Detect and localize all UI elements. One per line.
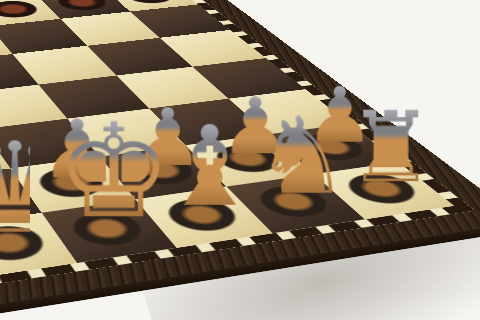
scene: ♜♞♝♛♚♝♞♜♟♟♟♟♟♟♟♟♟♟♟♟♟♟♟♟♜♞♝♛♚♝♞♜ — [0, 0, 480, 320]
piece-white-rook-h1: ♜ — [347, 98, 435, 196]
piece-white-bishop-f1: ♝ — [159, 112, 259, 223]
piece-white-knight-g1: ♞ — [254, 103, 350, 210]
piece-base-ring — [117, 0, 184, 7]
piece-white-king-e1: ♚ — [55, 107, 172, 237]
chess-board: ♜♞♝♛♚♝♞♜♟♟♟♟♟♟♟♟♟♟♟♟♟♟♟♟♜♞♝♛♚♝♞♜ — [0, 0, 480, 320]
piece-white-queen-d1: ♛ — [0, 127, 70, 252]
piece-black-pawn-f7: ♟ — [0, 0, 44, 13]
piece-black-pawn-g7: ♟ — [59, 0, 113, 6]
square-d1: ♛ — [0, 213, 77, 279]
